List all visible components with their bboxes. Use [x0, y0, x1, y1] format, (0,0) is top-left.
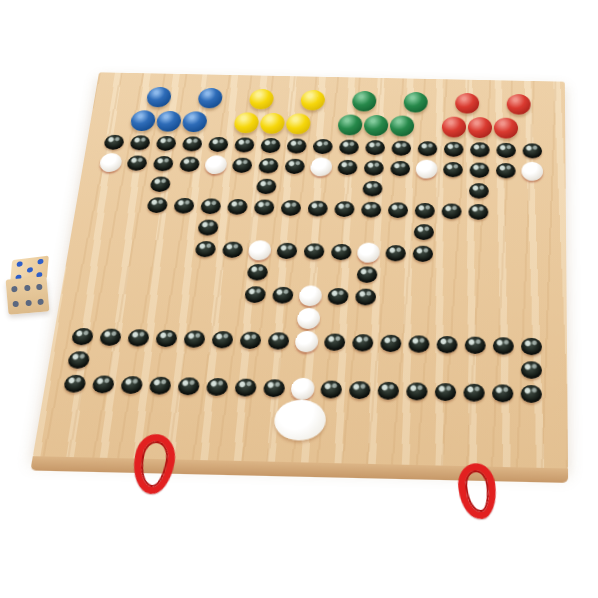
black-pin[interactable]: [226, 199, 248, 215]
board-cell: [357, 199, 385, 221]
board-cell: [506, 92, 532, 116]
board-cell: [326, 241, 355, 263]
board-cell: [403, 355, 432, 379]
board-cell: [438, 180, 465, 201]
black-pin[interactable]: [441, 203, 461, 219]
board-cell: [378, 286, 407, 309]
yellow-marble[interactable]: [233, 112, 259, 133]
board-cell: [283, 401, 315, 440]
board-cell: [431, 356, 460, 380]
board-cell: [384, 199, 412, 221]
board-cell: [385, 179, 413, 200]
black-pin[interactable]: [286, 138, 307, 153]
red-marble[interactable]: [442, 116, 467, 137]
barricade-ball[interactable]: [290, 378, 315, 400]
black-pin[interactable]: [413, 224, 434, 240]
board-cell: [95, 152, 125, 173]
board-cell: [181, 304, 212, 327]
board-cell: [237, 306, 267, 329]
board-cell: [284, 112, 312, 137]
black-pin[interactable]: [260, 138, 281, 153]
board-cell: [282, 136, 310, 157]
board-cell: [98, 303, 129, 326]
board-cell: [178, 327, 209, 351]
board-cell: [78, 257, 109, 280]
black-pin[interactable]: [152, 156, 174, 172]
black-pin[interactable]: [379, 335, 401, 353]
black-pin[interactable]: [199, 198, 221, 214]
board-cell: [90, 349, 122, 373]
black-pin[interactable]: [284, 159, 305, 175]
black-pin[interactable]: [365, 140, 385, 155]
board-cell: [380, 264, 409, 287]
board-cell: [245, 239, 274, 261]
black-pin[interactable]: [149, 176, 171, 192]
board-cell: [163, 237, 193, 259]
board-cell: [160, 259, 190, 282]
black-pin[interactable]: [337, 160, 358, 176]
black-pin[interactable]: [436, 336, 457, 354]
board-cell: [204, 134, 233, 155]
board-cell: [464, 222, 492, 244]
black-pin[interactable]: [267, 332, 289, 350]
black-pin[interactable]: [246, 264, 268, 281]
board-cell: [58, 371, 90, 396]
black-pin[interactable]: [119, 376, 143, 394]
board-cell: [342, 402, 373, 441]
black-pin[interactable]: [469, 162, 489, 178]
board-cell: [305, 177, 333, 198]
blue-marble[interactable]: [146, 87, 173, 108]
black-pin[interactable]: [271, 287, 293, 304]
board-cell: [157, 281, 188, 304]
black-pin[interactable]: [205, 378, 228, 396]
board-cell: [144, 85, 173, 109]
board-cell: [126, 303, 157, 326]
black-pin[interactable]: [333, 201, 354, 217]
board-cell: [132, 259, 162, 282]
barricade-ball[interactable]: [296, 308, 320, 329]
black-pin[interactable]: [327, 288, 349, 305]
board-cell: [222, 196, 251, 218]
board-cell: [333, 157, 361, 178]
black-pin[interactable]: [255, 179, 276, 195]
green-marble[interactable]: [403, 92, 428, 113]
black-pin[interactable]: [98, 328, 121, 346]
board-cell: [81, 236, 112, 258]
yellow-marble[interactable]: [300, 90, 326, 111]
board-cell: [518, 223, 545, 245]
board-cell: [177, 134, 206, 155]
board-cell: [88, 193, 118, 215]
black-pin[interactable]: [520, 385, 541, 403]
black-pin[interactable]: [181, 136, 202, 151]
board-cell: [519, 141, 545, 162]
board-cell: [330, 198, 358, 220]
board-cell: [441, 115, 468, 140]
board-cell: [312, 401, 344, 440]
black-pin[interactable]: [262, 379, 285, 397]
board-cell: [464, 201, 491, 223]
board-cell: [274, 218, 303, 240]
board-cell: [376, 332, 405, 356]
barricade-ball[interactable]: [521, 162, 543, 181]
board-cell: [220, 217, 249, 239]
black-pin[interactable]: [234, 378, 257, 396]
die-pip: [24, 285, 31, 292]
red-marble[interactable]: [468, 117, 493, 138]
board-cell: [319, 330, 349, 354]
black-pin[interactable]: [70, 328, 93, 346]
board-cell: [517, 289, 545, 312]
green-marble[interactable]: [363, 115, 388, 136]
board-cell: [465, 160, 492, 181]
black-pin[interactable]: [360, 202, 381, 218]
board-cell: [325, 263, 354, 286]
board-cell: [299, 88, 327, 112]
board-cell: [108, 236, 138, 258]
die-pip: [17, 261, 23, 267]
black-pin[interactable]: [312, 139, 333, 154]
board-cell: [381, 242, 409, 264]
board-cell: [209, 305, 239, 328]
black-pin[interactable]: [253, 199, 274, 215]
board-cell: [204, 351, 235, 375]
board-cell: [374, 355, 404, 379]
board-cell: [295, 284, 324, 307]
board-cell: [412, 159, 439, 180]
board-cell: [404, 332, 433, 356]
board-cell: [480, 92, 506, 116]
board-cell: [225, 175, 254, 196]
board-grid: [52, 84, 557, 445]
board-cell: [119, 349, 151, 373]
board-cell: [128, 108, 158, 133]
board-cell: [347, 331, 377, 355]
board-cell: [462, 266, 490, 289]
board-cell: [492, 140, 519, 161]
board-cell: [463, 244, 491, 266]
board-cell: [289, 353, 319, 377]
black-pin[interactable]: [385, 245, 406, 262]
black-pin[interactable]: [303, 243, 324, 260]
board-cell: [465, 180, 492, 201]
board-cell: [230, 375, 261, 400]
black-pin[interactable]: [363, 160, 383, 176]
board-cell: [336, 113, 364, 138]
barricade-ball[interactable]: [247, 240, 271, 260]
board-cell: [489, 311, 517, 335]
barricade-ball[interactable]: [356, 242, 379, 262]
black-pin[interactable]: [129, 135, 151, 150]
board-cell: [154, 304, 185, 327]
board-cell: [351, 89, 378, 113]
board-cell: [488, 381, 517, 406]
board-cell: [490, 266, 518, 289]
barricade-ball[interactable]: [204, 155, 228, 174]
black-pin[interactable]: [356, 266, 377, 283]
board-cell: [411, 179, 439, 200]
board-cell: [196, 195, 225, 217]
black-pin[interactable]: [244, 286, 266, 303]
black-pin[interactable]: [233, 137, 254, 152]
black-pin[interactable]: [211, 331, 234, 349]
green-marble[interactable]: [337, 114, 363, 135]
board-cell: [256, 135, 284, 156]
board-cell: [458, 404, 488, 443]
black-pin[interactable]: [66, 351, 90, 369]
board-cell: [532, 93, 558, 117]
black-pin[interactable]: [177, 377, 200, 395]
board-cell: [400, 403, 431, 442]
board-cell: [310, 112, 338, 137]
board-cell: [491, 202, 518, 224]
blue-marble[interactable]: [129, 110, 156, 131]
black-pin[interactable]: [221, 241, 243, 258]
board-cell: [410, 200, 438, 222]
black-pin[interactable]: [257, 158, 278, 174]
blue-marble[interactable]: [155, 111, 182, 132]
green-marble[interactable]: [352, 91, 377, 112]
black-pin[interactable]: [307, 201, 328, 217]
board-cell: [102, 108, 132, 133]
black-pin[interactable]: [126, 155, 148, 171]
board-cell: [85, 214, 115, 236]
yellow-marble[interactable]: [249, 89, 275, 110]
black-pin[interactable]: [414, 203, 435, 219]
die-pip: [26, 267, 32, 273]
board-cell: [402, 379, 432, 404]
board-cell: [518, 181, 545, 202]
black-pin[interactable]: [468, 183, 488, 199]
board-cell: [147, 350, 178, 374]
board-cell: [307, 156, 335, 177]
board-cell: [122, 326, 153, 350]
black-pin[interactable]: [464, 336, 485, 354]
board-cell: [242, 261, 272, 284]
black-pin[interactable]: [126, 329, 149, 347]
board-cell: [467, 115, 494, 140]
board-cell: [436, 222, 464, 244]
yellow-marble[interactable]: [259, 113, 285, 134]
board-cell: [273, 88, 301, 112]
board-cell: [382, 221, 410, 243]
board-cell: [354, 241, 383, 263]
board-cell: [217, 239, 247, 261]
black-pin[interactable]: [470, 142, 490, 157]
board-cell: [148, 153, 177, 174]
board-cell: [321, 307, 351, 331]
green-marble[interactable]: [389, 115, 414, 136]
black-pin[interactable]: [495, 163, 515, 179]
black-pin[interactable]: [463, 384, 485, 402]
board-cell: [519, 116, 545, 141]
board-cell: [227, 155, 256, 176]
board-cell: [230, 135, 258, 156]
board-cell: [518, 161, 545, 182]
blue-marble[interactable]: [181, 111, 208, 132]
board-cell: [328, 219, 357, 241]
board-cell: [414, 114, 441, 139]
barricade-ball[interactable]: [298, 285, 322, 306]
board-cell: [105, 258, 136, 281]
board-cell: [144, 373, 176, 398]
board-cell: [489, 288, 517, 311]
board-cell: [297, 262, 326, 285]
board-cell: [436, 243, 464, 265]
black-pin[interactable]: [468, 204, 488, 220]
black-pin[interactable]: [280, 200, 301, 216]
board-cell: [461, 310, 489, 334]
black-pin[interactable]: [442, 162, 462, 178]
die-pip: [11, 286, 18, 293]
black-pin[interactable]: [492, 337, 513, 355]
board-cell: [358, 178, 386, 199]
black-pin[interactable]: [178, 156, 199, 172]
black-pin[interactable]: [417, 141, 437, 156]
board-cell: [388, 114, 415, 139]
board-cell: [276, 197, 305, 219]
board-cell: [493, 116, 519, 141]
board-cell: [408, 243, 436, 265]
board-cell: [439, 159, 466, 180]
black-pin[interactable]: [103, 135, 125, 150]
black-pin[interactable]: [521, 338, 542, 356]
board-cell: [154, 109, 183, 134]
black-pin[interactable]: [391, 141, 411, 156]
board-cell: [235, 328, 265, 352]
barricade-ball[interactable]: [294, 331, 319, 353]
board-cell: [490, 244, 518, 266]
board-cell: [360, 158, 388, 179]
board-cell: [317, 354, 347, 378]
black-pin[interactable]: [387, 202, 408, 218]
board-cell: [466, 139, 493, 160]
board-cell: [308, 136, 336, 157]
board-cell: [196, 86, 225, 110]
black-pin[interactable]: [338, 139, 358, 154]
barricade-ball[interactable]: [415, 160, 437, 179]
board-cell: [428, 91, 455, 115]
board-cell: [278, 176, 306, 197]
board-cell: [172, 374, 203, 399]
black-pin[interactable]: [496, 143, 516, 158]
board-cell: [215, 260, 245, 283]
board-cell: [267, 284, 297, 307]
black-pin[interactable]: [148, 377, 171, 395]
red-marble[interactable]: [455, 93, 479, 114]
black-pin[interactable]: [330, 244, 351, 261]
yellow-marble[interactable]: [285, 113, 311, 134]
die-front-face-six: [6, 276, 50, 314]
black-pin[interactable]: [390, 161, 410, 177]
black-pin[interactable]: [491, 384, 512, 402]
black-pin[interactable]: [351, 334, 373, 352]
board-cell: [405, 309, 434, 333]
game-board: [33, 72, 568, 469]
board-cell: [517, 312, 545, 336]
board-cell: [402, 90, 429, 114]
board-cell: [175, 350, 206, 374]
board-cell: [387, 138, 414, 159]
black-pin[interactable]: [207, 137, 228, 152]
board-cell: [489, 334, 517, 358]
black-pin[interactable]: [522, 143, 541, 158]
red-marble[interactable]: [507, 94, 531, 115]
board-cell: [460, 357, 489, 381]
black-pin[interactable]: [377, 382, 399, 400]
board-cell: [187, 260, 217, 283]
board-cell: [491, 223, 518, 245]
black-pin[interactable]: [194, 241, 216, 258]
red-marble[interactable]: [494, 117, 518, 138]
black-pin[interactable]: [443, 142, 463, 157]
board-cell: [349, 308, 378, 332]
black-pin[interactable]: [197, 219, 219, 235]
black-pin[interactable]: [319, 380, 341, 398]
black-pin[interactable]: [323, 333, 345, 351]
black-pin[interactable]: [412, 246, 433, 263]
board-cell: [462, 288, 490, 311]
black-pin[interactable]: [183, 330, 206, 348]
die-pip: [37, 299, 44, 306]
die[interactable]: [6, 257, 54, 319]
board-cell: [346, 354, 376, 378]
black-pin[interactable]: [354, 288, 376, 305]
board-cell: [207, 328, 238, 352]
board-cell: [249, 197, 278, 219]
die-pip: [36, 284, 43, 291]
black-pin[interactable]: [239, 332, 262, 350]
black-pin[interactable]: [62, 375, 86, 393]
board-cell: [413, 138, 440, 159]
board-cell: [517, 358, 546, 382]
black-pin[interactable]: [146, 197, 168, 213]
board-cell: [454, 91, 480, 115]
rope-handle-right[interactable]: [456, 463, 487, 522]
board-cell: [299, 240, 328, 262]
black-pin[interactable]: [173, 198, 195, 214]
board-cell: [119, 85, 148, 109]
board-cell: [265, 306, 295, 329]
black-pin[interactable]: [434, 383, 456, 401]
board-cell: [488, 357, 517, 381]
black-pin[interactable]: [91, 375, 115, 393]
board-cell: [293, 307, 323, 330]
blue-marble[interactable]: [197, 88, 223, 109]
black-pin[interactable]: [405, 382, 427, 400]
board-cell: [247, 87, 275, 111]
board-cell: [247, 218, 276, 240]
black-pin[interactable]: [231, 158, 252, 174]
board-cell: [492, 181, 519, 202]
black-pin[interactable]: [408, 335, 430, 353]
board-cell: [361, 137, 388, 158]
board-cell: [434, 287, 462, 310]
black-pin[interactable]: [362, 181, 383, 197]
board-cell: [258, 111, 286, 136]
board-cell: [435, 265, 463, 288]
board-cell: [407, 264, 435, 287]
black-pin[interactable]: [520, 361, 541, 379]
black-pin[interactable]: [348, 381, 370, 399]
barricade-ball[interactable]: [309, 157, 332, 176]
board-cell: [170, 86, 199, 110]
barricade-ball[interactable]: [98, 153, 122, 172]
black-pin[interactable]: [154, 330, 177, 348]
black-pin[interactable]: [276, 243, 298, 260]
black-pin[interactable]: [155, 136, 176, 151]
